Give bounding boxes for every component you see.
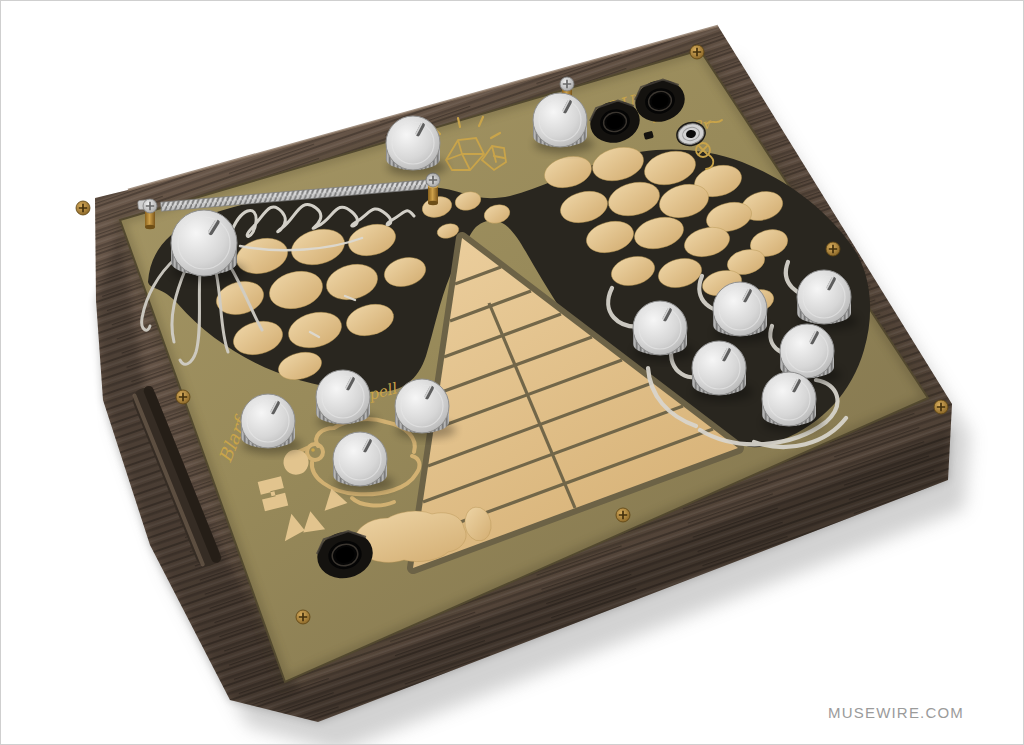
panel-screw — [690, 45, 704, 59]
standoff-screw — [560, 77, 574, 91]
panel-screw — [826, 242, 840, 256]
photo-stage: OUT 12v Blarf Spell — [0, 0, 1024, 745]
panel-screw — [296, 610, 310, 624]
bird-eye — [311, 448, 315, 452]
watermark: MUSEWIRE.COM — [828, 704, 1008, 721]
panel-screw — [616, 508, 630, 522]
panel-screw — [176, 390, 190, 404]
panel-screw — [934, 400, 948, 414]
synthesizer-photo: OUT 12v Blarf Spell — [0, 0, 1024, 745]
spring-screw — [143, 199, 157, 213]
panel-screw — [76, 201, 90, 215]
